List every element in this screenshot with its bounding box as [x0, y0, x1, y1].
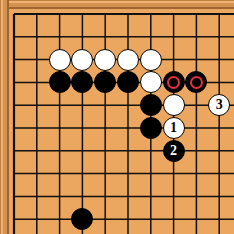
- circle-mark-icon: [167, 76, 180, 89]
- board-rim-top: [0, 0, 234, 9]
- goban-grid: [0, 0, 234, 234]
- board-rim-left: [0, 0, 9, 234]
- stone-black[interactable]: [140, 117, 162, 139]
- move-number-label: 3: [216, 98, 223, 112]
- stone-white[interactable]: [94, 49, 116, 71]
- stone-black-2[interactable]: 2: [163, 140, 185, 162]
- move-number-label: 2: [170, 143, 177, 157]
- stone-black-circled[interactable]: [163, 71, 185, 93]
- circle-mark-icon: [190, 76, 203, 89]
- stone-white[interactable]: [49, 49, 71, 71]
- stone-black[interactable]: [140, 94, 162, 116]
- stone-white[interactable]: [140, 49, 162, 71]
- stone-black[interactable]: [49, 71, 71, 93]
- stone-white[interactable]: [117, 49, 139, 71]
- move-number-label: 1: [170, 121, 177, 135]
- stone-white-1[interactable]: 1: [163, 117, 185, 139]
- stone-white[interactable]: [71, 49, 93, 71]
- stone-white[interactable]: [163, 94, 185, 116]
- go-diagram: 312: [0, 0, 234, 234]
